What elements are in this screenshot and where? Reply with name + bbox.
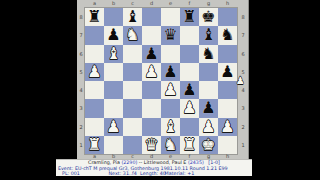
- square-e3[interactable]: [161, 99, 180, 117]
- square-c6[interactable]: [123, 45, 142, 63]
- square-g8[interactable]: ♚: [199, 8, 218, 26]
- side-to-move-pawn-icon: ♟: [236, 76, 245, 86]
- black-pawn: ♟: [144, 46, 158, 62]
- file-labels-top: abcdefgh: [85, 0, 237, 7]
- ply-counter: PL: 001: [62, 171, 107, 176]
- white-king: ♚: [201, 137, 215, 153]
- black-knight: ♞: [220, 27, 234, 43]
- square-f7[interactable]: [180, 26, 199, 44]
- square-f8[interactable]: ♜: [180, 8, 199, 26]
- square-a6[interactable]: [85, 45, 104, 63]
- square-g7[interactable]: ♝: [199, 26, 218, 44]
- square-h8[interactable]: [218, 8, 237, 26]
- black-rook: ♜: [182, 9, 196, 25]
- square-a5[interactable]: ♟: [85, 63, 104, 81]
- coord-label-1: 1: [78, 136, 84, 154]
- material-balance: Material: +1: [165, 171, 195, 176]
- square-h3[interactable]: [218, 99, 237, 117]
- white-player-rating: (2290): [121, 160, 137, 165]
- square-g6[interactable]: ♞: [199, 45, 218, 63]
- square-c5[interactable]: [123, 63, 142, 81]
- square-e5[interactable]: ♟: [161, 63, 180, 81]
- coord-label-c: c: [123, 0, 142, 7]
- square-g2[interactable]: ♟: [199, 118, 218, 136]
- square-a8[interactable]: ♜: [85, 8, 104, 26]
- square-e8[interactable]: [161, 8, 180, 26]
- coord-label-f: f: [180, 0, 199, 7]
- black-pawn: ♟: [201, 100, 215, 116]
- square-e6[interactable]: [161, 45, 180, 63]
- black-rook: ♜: [87, 9, 101, 25]
- square-c4[interactable]: [123, 81, 142, 99]
- square-d1[interactable]: ♛: [142, 136, 161, 154]
- square-a4[interactable]: [85, 81, 104, 99]
- square-h5[interactable]: ♟: [218, 63, 237, 81]
- white-queen: ♛: [144, 137, 158, 153]
- square-h2[interactable]: ♟: [218, 118, 237, 136]
- white-pawn: ♟: [201, 119, 215, 135]
- white-knight: ♞: [163, 137, 177, 153]
- square-b5[interactable]: [104, 63, 123, 81]
- white-pawn: ♟: [220, 119, 234, 135]
- game-result: [1-0]: [205, 160, 220, 165]
- square-b7[interactable]: ♟: [104, 26, 123, 44]
- square-e2[interactable]: ♝: [161, 118, 180, 136]
- square-b4[interactable]: [104, 81, 123, 99]
- players-line: Cramling, Pia (2290) -- Littlewood, Paul…: [56, 160, 252, 165]
- stats-line: PL: 001 Next: 31..f4 Length: 40 Material…: [56, 171, 252, 176]
- square-c3[interactable]: [123, 99, 142, 117]
- square-g5[interactable]: [199, 63, 218, 81]
- white-knight: ♞: [125, 27, 139, 43]
- square-c1[interactable]: [123, 136, 142, 154]
- square-f6[interactable]: [180, 45, 199, 63]
- coord-label-7: 7: [78, 26, 84, 44]
- square-d4[interactable]: [142, 81, 161, 99]
- coord-label-2: 2: [78, 118, 84, 136]
- square-f2[interactable]: [180, 118, 199, 136]
- square-b3[interactable]: [104, 99, 123, 117]
- event-line: Event: EU-chT M prequal Gr3, Gothenburg …: [56, 166, 252, 171]
- players-separator: --: [139, 160, 142, 165]
- coord-label-1: 1: [240, 136, 246, 154]
- black-pawn: ♟: [220, 64, 234, 80]
- square-c2[interactable]: [123, 118, 142, 136]
- square-h1[interactable]: [218, 136, 237, 154]
- black-bishop: ♝: [201, 27, 215, 43]
- chess-board[interactable]: ♜♝♜♚♟♞♛♝♞♝♟♞♟♟♟♟♟♟♟♟♟♝♟♟♜♛♞♜♚: [85, 8, 237, 154]
- square-h7[interactable]: ♞: [218, 26, 237, 44]
- black-bishop: ♝: [125, 9, 139, 25]
- coord-label-3: 3: [240, 99, 246, 117]
- video-frame: abcdefgh 87654321 ♜♝♜♚♟♞♛♝♞♝♟♞♟♟♟♟♟♟♟♟♟♝…: [0, 0, 320, 180]
- square-b6[interactable]: ♝: [104, 45, 123, 63]
- white-rook: ♜: [182, 137, 196, 153]
- next-move: Next: 31..f4: [109, 171, 139, 176]
- square-c8[interactable]: ♝: [123, 8, 142, 26]
- square-e1[interactable]: ♞: [161, 136, 180, 154]
- square-f5[interactable]: [180, 63, 199, 81]
- coord-label-d: d: [142, 0, 161, 7]
- square-c7[interactable]: ♞: [123, 26, 142, 44]
- square-h4[interactable]: [218, 81, 237, 99]
- white-pawn: ♟: [182, 100, 196, 116]
- square-a7[interactable]: [85, 26, 104, 44]
- black-player-name: Littlewood, Paul E: [144, 160, 186, 165]
- coord-label-5: 5: [78, 63, 84, 81]
- coord-label-6: 6: [240, 45, 246, 63]
- coord-label-4: 4: [78, 81, 84, 99]
- white-pawn: ♟: [87, 64, 101, 80]
- white-bishop: ♝: [163, 119, 177, 135]
- coord-label-a: a: [85, 0, 104, 7]
- square-f3[interactable]: ♟: [180, 99, 199, 117]
- square-d8[interactable]: [142, 8, 161, 26]
- square-a2[interactable]: [85, 118, 104, 136]
- rank-labels-left: 87654321: [78, 8, 84, 154]
- black-player-rating: (2435): [188, 160, 204, 165]
- coord-label-6: 6: [78, 45, 84, 63]
- square-h6[interactable]: [218, 45, 237, 63]
- white-pawn: ♟: [106, 119, 120, 135]
- square-d5[interactable]: ♟: [142, 63, 161, 81]
- white-rook: ♜: [87, 137, 101, 153]
- square-g4[interactable]: [199, 81, 218, 99]
- square-f4[interactable]: ♟: [180, 81, 199, 99]
- white-player-name: Cramling, Pia: [88, 160, 120, 165]
- black-pawn: ♟: [163, 64, 177, 80]
- coord-label-7: 7: [240, 26, 246, 44]
- square-g3[interactable]: ♟: [199, 99, 218, 117]
- coord-label-8: 8: [78, 8, 84, 26]
- white-bishop: ♝: [106, 46, 120, 62]
- black-pawn: ♟: [106, 27, 120, 43]
- coord-label-3: 3: [78, 99, 84, 117]
- square-a3[interactable]: [85, 99, 104, 117]
- coord-label-b: b: [104, 0, 123, 7]
- black-king: ♚: [201, 9, 215, 25]
- coord-label-e: e: [161, 0, 180, 7]
- coord-label-h: h: [218, 0, 237, 7]
- black-knight: ♞: [201, 46, 215, 62]
- black-pawn: ♟: [182, 82, 196, 98]
- black-queen: ♛: [163, 27, 177, 43]
- square-f1[interactable]: ♜: [180, 136, 199, 154]
- coord-label-8: 8: [240, 8, 246, 26]
- board-frame: abcdefgh 87654321 ♜♝♜♚♟♞♛♝♞♝♟♞♟♟♟♟♟♟♟♟♟♝…: [77, 0, 249, 160]
- game-caption: Cramling, Pia (2290) -- Littlewood, Paul…: [56, 159, 252, 176]
- square-d3[interactable]: [142, 99, 161, 117]
- square-g1[interactable]: ♚: [199, 136, 218, 154]
- square-b8[interactable]: [104, 8, 123, 26]
- square-d7[interactable]: [142, 26, 161, 44]
- square-e7[interactable]: ♛: [161, 26, 180, 44]
- coord-label-g: g: [199, 0, 218, 7]
- white-pawn: ♟: [144, 64, 158, 80]
- square-b1[interactable]: [104, 136, 123, 154]
- square-d6[interactable]: ♟: [142, 45, 161, 63]
- square-b2[interactable]: ♟: [104, 118, 123, 136]
- square-d2[interactable]: [142, 118, 161, 136]
- game-length: Length: 40: [140, 171, 163, 176]
- square-e4[interactable]: ♟: [161, 81, 180, 99]
- white-pawn: ♟: [163, 82, 177, 98]
- coord-label-2: 2: [240, 118, 246, 136]
- square-a1[interactable]: ♜: [85, 136, 104, 154]
